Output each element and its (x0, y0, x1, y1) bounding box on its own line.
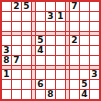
grid-line-vertical (31, 2, 32, 99)
cell-r3c2[interactable] (12, 22, 21, 31)
cell-r7c2[interactable] (12, 70, 21, 79)
cell-r5c9[interactable] (90, 46, 99, 55)
cell-r5c2[interactable] (12, 46, 21, 55)
cell-r8c4[interactable]: 6 (36, 80, 45, 89)
cell-r4c1[interactable] (2, 36, 11, 45)
cell-r2c6[interactable]: 1 (56, 12, 65, 21)
cell-r9c1[interactable] (2, 90, 11, 99)
cell-r2c2[interactable] (12, 12, 21, 21)
cell-r8c7[interactable] (70, 80, 79, 89)
cell-r2c3[interactable] (22, 12, 31, 21)
cell-r2c5[interactable]: 3 (46, 12, 55, 21)
cell-r7c9[interactable]: 3 (90, 70, 99, 79)
cell-r6c8[interactable] (80, 56, 89, 65)
cell-r6c1[interactable]: 8 (2, 56, 11, 65)
cell-r1c2[interactable]: 2 (12, 2, 21, 11)
cell-r9c4[interactable] (36, 90, 45, 99)
grid-line-horizontal (2, 65, 99, 66)
cell-r5c6[interactable] (56, 46, 65, 55)
cell-r1c7[interactable]: 7 (70, 2, 79, 11)
cell-r7c8[interactable] (80, 70, 89, 79)
cell-r1c4[interactable] (36, 2, 45, 11)
cell-r2c4[interactable] (36, 12, 45, 21)
cell-r5c4[interactable]: 4 (36, 46, 45, 55)
cell-r1c1[interactable] (2, 2, 11, 11)
cell-r3c6[interactable] (56, 22, 65, 31)
cell-r2c7[interactable] (70, 12, 79, 21)
cell-r4c7[interactable]: 2 (70, 36, 79, 45)
cell-r1c5[interactable] (46, 2, 55, 11)
cell-r1c9[interactable] (90, 2, 99, 11)
cell-r8c2[interactable] (12, 80, 21, 89)
cell-r9c8[interactable]: 4 (80, 90, 89, 99)
cell-r6c9[interactable] (90, 56, 99, 65)
cell-r8c6[interactable] (56, 80, 65, 89)
cell-r7c6[interactable] (56, 70, 65, 79)
cell-r4c3[interactable] (22, 36, 31, 45)
grid-line-vertical (65, 2, 66, 99)
cell-r3c7[interactable] (70, 22, 79, 31)
cell-r5c7[interactable] (70, 46, 79, 55)
cell-r5c8[interactable] (80, 46, 89, 55)
cell-r8c1[interactable] (2, 80, 11, 89)
cell-r8c9[interactable] (90, 80, 99, 89)
cell-r4c9[interactable] (90, 36, 99, 45)
cell-r3c5[interactable] (46, 22, 55, 31)
cell-r6c2[interactable]: 7 (12, 56, 21, 65)
cell-r1c3[interactable]: 5 (22, 2, 31, 11)
cell-r3c3[interactable] (22, 22, 31, 31)
cell-r8c3[interactable] (22, 80, 31, 89)
cell-r7c1[interactable]: 1 (2, 70, 11, 79)
cell-r9c6[interactable] (56, 90, 65, 99)
cell-r2c1[interactable] (2, 12, 11, 21)
cell-r3c1[interactable] (2, 22, 11, 31)
cell-r9c2[interactable] (12, 90, 21, 99)
cell-r9c9[interactable] (90, 90, 99, 99)
cell-r4c6[interactable] (56, 36, 65, 45)
cell-r3c8[interactable] (80, 22, 89, 31)
cell-r9c5[interactable]: 8 (46, 90, 55, 99)
cell-r5c1[interactable]: 3 (2, 46, 11, 55)
cell-r5c5[interactable] (46, 46, 55, 55)
cell-r6c7[interactable] (70, 56, 79, 65)
cell-r2c8[interactable] (80, 12, 89, 21)
cell-r9c3[interactable] (22, 90, 31, 99)
cell-r6c3[interactable] (22, 56, 31, 65)
cell-r7c3[interactable] (22, 70, 31, 79)
cell-r6c4[interactable] (36, 56, 45, 65)
cell-r1c8[interactable] (80, 2, 89, 11)
cell-r4c5[interactable] (46, 36, 55, 45)
cell-r6c5[interactable] (46, 56, 55, 65)
cell-r4c4[interactable]: 5 (36, 36, 45, 45)
cell-r7c7[interactable] (70, 70, 79, 79)
cell-r8c8[interactable]: 5 (80, 80, 89, 89)
cell-r8c5[interactable] (46, 80, 55, 89)
cell-r2c9[interactable] (90, 12, 99, 21)
cell-r6c6[interactable] (56, 56, 65, 65)
cell-r7c4[interactable] (36, 70, 45, 79)
cell-r4c8[interactable] (80, 36, 89, 45)
cell-r5c3[interactable] (22, 46, 31, 55)
grid-line-horizontal (2, 31, 99, 32)
cell-r4c2[interactable] (12, 36, 21, 45)
cell-r3c9[interactable] (90, 22, 99, 31)
cell-r3c4[interactable] (36, 22, 45, 31)
cell-r1c6[interactable] (56, 2, 65, 11)
cell-r9c7[interactable] (70, 90, 79, 99)
cell-r7c5[interactable] (46, 70, 55, 79)
sudoku-board: 25731523487136584 (0, 0, 101, 101)
